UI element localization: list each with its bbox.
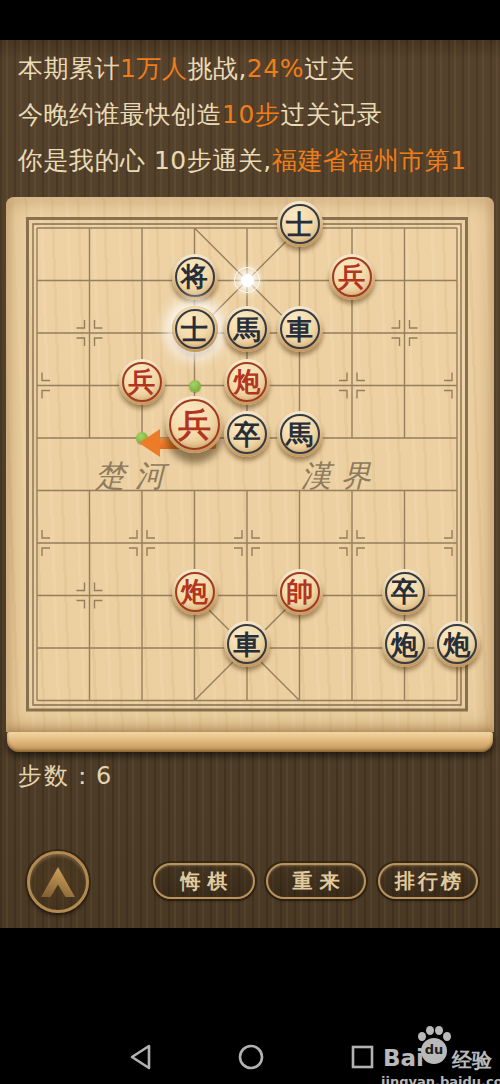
promo-highlight: 24% [247, 54, 304, 83]
promo-highlight: 福建省福州市第1 [272, 146, 467, 175]
piece-red-f3r7[interactable]: 炮 [172, 569, 218, 615]
piece-character: 馬 [286, 421, 313, 448]
chevron-up-icon [41, 867, 75, 897]
watermark-du-text: du [421, 1042, 447, 1057]
watermark-jingyan-text: 经验 [452, 1047, 492, 1074]
restart-button[interactable]: 重来 [266, 863, 366, 899]
piece-black-f5r2[interactable]: 車 [277, 306, 323, 352]
collapse-panel-button[interactable] [27, 851, 89, 913]
status-bar [0, 0, 500, 40]
android-nav-bar: Bai du 经验 jingyan.baidu.com [0, 928, 500, 1084]
undo-button[interactable]: 悔棋 [153, 863, 255, 899]
piece-red-f2r3[interactable]: 兵 [119, 359, 165, 405]
piece-character: 卒 [234, 421, 261, 448]
promo-highlight: 10步 [222, 100, 280, 129]
piece-character: 兵 [129, 368, 156, 395]
piece-character: 将 [181, 263, 208, 290]
promo-highlight: 1万人 [120, 54, 187, 83]
piece-character: 帥 [286, 578, 313, 605]
watermark-domain-text: jingyan.baidu.com [381, 1074, 500, 1084]
piece-character: 炮 [391, 631, 418, 658]
promo-text: 过关 [304, 54, 355, 83]
piece-black-f4r8[interactable]: 車 [224, 621, 270, 667]
piece-character: 馬 [234, 316, 261, 343]
board-front-edge [7, 732, 493, 752]
promo-line-1: 本期累计1万人挑战,24%过关 [18, 54, 355, 84]
piece-character: 炮 [181, 578, 208, 605]
promo-line-3: 你是我的心 10步通关,福建省福州市第1 [18, 146, 467, 176]
promo-text: 本期累计 [18, 54, 120, 83]
xiangqi-board[interactable]: 楚河 漢界 士将兵士馬車兵炮兵卒馬炮帥卒車炮炮 [6, 197, 494, 753]
step-counter: 步数：6 [18, 760, 113, 792]
piece-black-f3r1[interactable]: 将 [172, 254, 218, 300]
baidu-paw-icon: du [418, 1026, 450, 1066]
app-screen: 本期累计1万人挑战,24%过关 今晚约谁最快创造10步过关记录 你是我的心 10… [0, 0, 500, 1084]
piece-black-f5r0[interactable]: 士 [277, 201, 323, 247]
piece-black-f7r7[interactable]: 卒 [382, 569, 428, 615]
piece-character: 卒 [391, 578, 418, 605]
promo-line-2: 今晚约谁最快创造10步过关记录 [18, 100, 382, 130]
piece-character: 炮 [444, 631, 471, 658]
promo-text: 挑战, [187, 54, 246, 83]
piece-black-f7r8[interactable]: 炮 [382, 621, 428, 667]
piece-character: 士 [286, 211, 313, 238]
piece-character: 兵 [339, 263, 366, 290]
promo-text: 今晚约谁最快创造 [18, 100, 222, 129]
leaderboard-button[interactable]: 排行榜 [378, 863, 478, 899]
piece-black-f4r2[interactable]: 馬 [224, 306, 270, 352]
promo-text: 你是我的心 10步通关, [18, 146, 272, 175]
piece-black-f8r8[interactable]: 炮 [434, 621, 480, 667]
piece-character: 車 [286, 316, 313, 343]
piece-red-f4r3[interactable]: 炮 [224, 359, 270, 405]
nav-home-icon[interactable] [238, 1044, 264, 1070]
piece-character: 炮 [234, 368, 261, 395]
nav-recent-icon[interactable] [351, 1045, 374, 1069]
piece-character: 車 [234, 631, 261, 658]
piece-character: 兵 [178, 408, 211, 441]
piece-red-f3r4[interactable]: 兵 [166, 396, 223, 453]
piece-layer: 士将兵士馬車兵炮兵卒馬炮帥卒車炮炮 [6, 197, 494, 732]
piece-black-f5r4[interactable]: 馬 [277, 411, 323, 457]
nav-back-icon[interactable] [128, 1044, 152, 1070]
piece-red-f5r7[interactable]: 帥 [277, 569, 323, 615]
piece-red-f6r1[interactable]: 兵 [329, 254, 375, 300]
piece-character: 士 [181, 316, 208, 343]
promo-text: 过关记录 [280, 100, 382, 129]
piece-black-f3r2[interactable]: 士 [172, 306, 218, 352]
piece-black-f4r4[interactable]: 卒 [224, 411, 270, 457]
